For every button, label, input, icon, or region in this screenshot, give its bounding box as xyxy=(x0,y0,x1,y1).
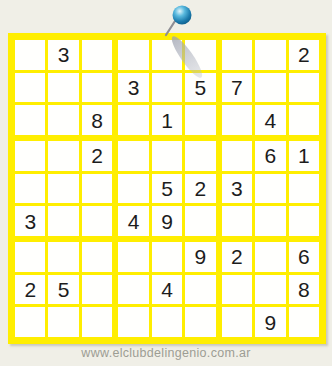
cell-r8c5[interactable]: 4 xyxy=(152,275,182,305)
cell-r3c6[interactable] xyxy=(185,105,215,135)
box-7: 25 xyxy=(15,242,112,337)
cell-r6c6[interactable] xyxy=(185,206,215,236)
cell-r6c2[interactable] xyxy=(48,206,78,236)
cell-r3c8[interactable]: 4 xyxy=(255,105,285,135)
cell-r3c7[interactable] xyxy=(222,105,252,135)
cell-r1c2[interactable]: 3 xyxy=(48,40,78,70)
cell-r5c5[interactable]: 5 xyxy=(152,174,182,204)
cell-r4c4[interactable] xyxy=(118,141,148,171)
cell-r5c6[interactable]: 2 xyxy=(185,174,215,204)
cell-r2c9[interactable] xyxy=(289,73,319,103)
box-2: 351 xyxy=(118,40,215,135)
box-4: 23 xyxy=(15,141,112,236)
cell-r6c4[interactable]: 4 xyxy=(118,206,148,236)
page: 3835127423524961325942689 www.elclubdeli… xyxy=(0,0,332,366)
site-url: www.elclubdelingenio.com.ar xyxy=(0,346,332,360)
cell-r1c1[interactable] xyxy=(15,40,45,70)
cell-r7c2[interactable] xyxy=(48,242,78,272)
cell-r5c4[interactable] xyxy=(118,174,148,204)
cell-r6c1[interactable]: 3 xyxy=(15,206,45,236)
cell-r4c2[interactable] xyxy=(48,141,78,171)
cell-r5c7[interactable]: 3 xyxy=(222,174,252,204)
cell-r7c9[interactable]: 6 xyxy=(289,242,319,272)
cell-r7c4[interactable] xyxy=(118,242,148,272)
cell-r6c8[interactable] xyxy=(255,206,285,236)
cell-r5c8[interactable] xyxy=(255,174,285,204)
cell-r2c6[interactable]: 5 xyxy=(185,73,215,103)
cell-r1c5[interactable] xyxy=(152,40,182,70)
cell-r9c7[interactable] xyxy=(222,307,252,337)
cell-r5c1[interactable] xyxy=(15,174,45,204)
cell-r7c3[interactable] xyxy=(82,242,112,272)
cell-r7c8[interactable] xyxy=(255,242,285,272)
cell-r9c1[interactable] xyxy=(15,307,45,337)
cell-r3c5[interactable]: 1 xyxy=(152,105,182,135)
cell-r9c8[interactable]: 9 xyxy=(255,307,285,337)
cell-r6c7[interactable] xyxy=(222,206,252,236)
cell-r3c4[interactable] xyxy=(118,105,148,135)
cell-r4c6[interactable] xyxy=(185,141,215,171)
cell-r8c4[interactable] xyxy=(118,275,148,305)
cell-r4c9[interactable]: 1 xyxy=(289,141,319,171)
cell-r3c1[interactable] xyxy=(15,105,45,135)
cell-r8c3[interactable] xyxy=(82,275,112,305)
cell-r1c8[interactable] xyxy=(255,40,285,70)
cell-r7c6[interactable]: 9 xyxy=(185,242,215,272)
cell-r8c8[interactable] xyxy=(255,275,285,305)
cell-r6c5[interactable]: 9 xyxy=(152,206,182,236)
cell-r8c2[interactable]: 5 xyxy=(48,275,78,305)
cell-r1c3[interactable] xyxy=(82,40,112,70)
cell-r1c4[interactable] xyxy=(118,40,148,70)
cell-r3c9[interactable] xyxy=(289,105,319,135)
cell-r2c3[interactable] xyxy=(82,73,112,103)
cell-r9c9[interactable] xyxy=(289,307,319,337)
cell-r4c7[interactable] xyxy=(222,141,252,171)
cell-r2c7[interactable]: 7 xyxy=(222,73,252,103)
cell-r4c1[interactable] xyxy=(15,141,45,171)
cell-r3c3[interactable]: 8 xyxy=(82,105,112,135)
cell-r9c4[interactable] xyxy=(118,307,148,337)
cell-r9c6[interactable] xyxy=(185,307,215,337)
cell-r4c5[interactable] xyxy=(152,141,182,171)
sudoku-board: 3835127423524961325942689 xyxy=(8,33,326,344)
cell-r8c7[interactable] xyxy=(222,275,252,305)
cell-r8c1[interactable]: 2 xyxy=(15,275,45,305)
cell-r5c2[interactable] xyxy=(48,174,78,204)
box-5: 5249 xyxy=(118,141,215,236)
cell-r5c3[interactable] xyxy=(82,174,112,204)
cell-r1c7[interactable] xyxy=(222,40,252,70)
cell-r9c3[interactable] xyxy=(82,307,112,337)
cell-r8c9[interactable]: 8 xyxy=(289,275,319,305)
cell-r2c2[interactable] xyxy=(48,73,78,103)
cell-r2c5[interactable] xyxy=(152,73,182,103)
cell-r6c9[interactable] xyxy=(289,206,319,236)
cell-r6c3[interactable] xyxy=(82,206,112,236)
cell-r4c8[interactable]: 6 xyxy=(255,141,285,171)
box-1: 38 xyxy=(15,40,112,135)
cell-r1c9[interactable]: 2 xyxy=(289,40,319,70)
cell-r1c6[interactable] xyxy=(185,40,215,70)
box-8: 94 xyxy=(118,242,215,337)
cell-r2c4[interactable]: 3 xyxy=(118,73,148,103)
cell-r8c6[interactable] xyxy=(185,275,215,305)
cell-r7c1[interactable] xyxy=(15,242,45,272)
cell-r7c5[interactable] xyxy=(152,242,182,272)
box-9: 2689 xyxy=(222,242,319,337)
cell-r9c5[interactable] xyxy=(152,307,182,337)
cell-r2c8[interactable] xyxy=(255,73,285,103)
cell-r7c7[interactable]: 2 xyxy=(222,242,252,272)
cell-r4c3[interactable]: 2 xyxy=(82,141,112,171)
box-6: 613 xyxy=(222,141,319,236)
cell-r5c9[interactable] xyxy=(289,174,319,204)
cell-r2c1[interactable] xyxy=(15,73,45,103)
box-3: 274 xyxy=(222,40,319,135)
cell-r9c2[interactable] xyxy=(48,307,78,337)
cell-r3c2[interactable] xyxy=(48,105,78,135)
